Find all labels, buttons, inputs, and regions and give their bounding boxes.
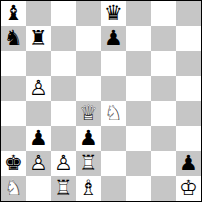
piece-white-bishop[interactable]: ♝♗ (76, 176, 101, 201)
chess-diagram: ♝♛♞♜♟♟♙♛♕♞♘♟♟♚♟♙♟♙♜♖♟♞♘♜♖♝♗♚♔ (0, 0, 202, 202)
square-e2[interactable] (101, 151, 126, 176)
square-a8[interactable]: ♝ (1, 1, 26, 26)
piece-outline: ♙ (51, 151, 76, 176)
square-a3[interactable] (1, 126, 26, 151)
square-c2[interactable]: ♟♙ (51, 151, 76, 176)
square-a1[interactable]: ♞♘ (1, 176, 26, 201)
square-h1[interactable]: ♚♔ (176, 176, 201, 201)
square-e1[interactable] (101, 176, 126, 201)
square-f1[interactable] (126, 176, 151, 201)
square-h2[interactable]: ♟ (176, 151, 201, 176)
square-h3[interactable] (176, 126, 201, 151)
piece-white-pawn[interactable]: ♟♙ (26, 151, 51, 176)
square-e6[interactable] (101, 51, 126, 76)
piece-outline: ♘ (101, 101, 126, 126)
square-g8[interactable] (151, 1, 176, 26)
piece-black-pawn[interactable]: ♟ (76, 126, 101, 151)
square-g3[interactable] (151, 126, 176, 151)
square-c8[interactable] (51, 1, 76, 26)
square-c5[interactable] (51, 76, 76, 101)
square-d5[interactable] (76, 76, 101, 101)
square-f7[interactable] (126, 26, 151, 51)
piece-white-rook[interactable]: ♜♖ (76, 151, 101, 176)
piece-outline: ♖ (51, 176, 76, 201)
piece-black-pawn[interactable]: ♟ (176, 151, 201, 176)
square-a4[interactable] (1, 101, 26, 126)
square-d3[interactable]: ♟ (76, 126, 101, 151)
square-d1[interactable]: ♝♗ (76, 176, 101, 201)
piece-outline: ♙ (26, 76, 51, 101)
square-c3[interactable] (51, 126, 76, 151)
square-d6[interactable] (76, 51, 101, 76)
piece-white-pawn[interactable]: ♟♙ (51, 151, 76, 176)
square-g4[interactable] (151, 101, 176, 126)
square-a6[interactable] (1, 51, 26, 76)
square-e8[interactable]: ♛ (101, 1, 126, 26)
piece-outline: ♔ (176, 176, 201, 201)
square-b4[interactable] (26, 101, 51, 126)
square-e5[interactable] (101, 76, 126, 101)
square-e3[interactable] (101, 126, 126, 151)
square-c4[interactable] (51, 101, 76, 126)
square-f2[interactable] (126, 151, 151, 176)
piece-black-knight[interactable]: ♞ (1, 26, 26, 51)
square-b1[interactable] (26, 176, 51, 201)
piece-outline: ♘ (1, 176, 26, 201)
square-f6[interactable] (126, 51, 151, 76)
square-h6[interactable] (176, 51, 201, 76)
square-h7[interactable] (176, 26, 201, 51)
square-c6[interactable] (51, 51, 76, 76)
square-d8[interactable] (76, 1, 101, 26)
square-f4[interactable] (126, 101, 151, 126)
square-h4[interactable] (176, 101, 201, 126)
piece-outline: ♙ (26, 151, 51, 176)
square-b3[interactable]: ♟ (26, 126, 51, 151)
piece-black-queen[interactable]: ♛ (101, 1, 126, 26)
square-b5[interactable]: ♟♙ (26, 76, 51, 101)
square-e4[interactable]: ♞♘ (101, 101, 126, 126)
piece-black-bishop[interactable]: ♝ (1, 1, 26, 26)
piece-white-king[interactable]: ♚♔ (176, 176, 201, 201)
piece-outline: ♗ (76, 176, 101, 201)
piece-outline: ♖ (76, 151, 101, 176)
piece-white-queen[interactable]: ♛♕ (76, 101, 101, 126)
square-b8[interactable] (26, 1, 51, 26)
square-f5[interactable] (126, 76, 151, 101)
square-d2[interactable]: ♜♖ (76, 151, 101, 176)
piece-outline: ♕ (76, 101, 101, 126)
piece-white-knight[interactable]: ♞♘ (1, 176, 26, 201)
piece-black-rook[interactable]: ♜ (26, 26, 51, 51)
square-a2[interactable]: ♚ (1, 151, 26, 176)
square-g1[interactable] (151, 176, 176, 201)
square-f3[interactable] (126, 126, 151, 151)
square-b6[interactable] (26, 51, 51, 76)
piece-white-rook[interactable]: ♜♖ (51, 176, 76, 201)
square-d4[interactable]: ♛♕ (76, 101, 101, 126)
square-d7[interactable] (76, 26, 101, 51)
square-h5[interactable] (176, 76, 201, 101)
square-g5[interactable] (151, 76, 176, 101)
square-b7[interactable]: ♜ (26, 26, 51, 51)
square-f8[interactable] (126, 1, 151, 26)
square-a5[interactable] (1, 76, 26, 101)
piece-white-pawn[interactable]: ♟♙ (26, 76, 51, 101)
square-g7[interactable] (151, 26, 176, 51)
square-a7[interactable]: ♞ (1, 26, 26, 51)
square-c7[interactable] (51, 26, 76, 51)
square-b2[interactable]: ♟♙ (26, 151, 51, 176)
piece-black-king[interactable]: ♚ (1, 151, 26, 176)
square-g6[interactable] (151, 51, 176, 76)
piece-black-pawn[interactable]: ♟ (26, 126, 51, 151)
square-e7[interactable]: ♟ (101, 26, 126, 51)
piece-white-knight[interactable]: ♞♘ (101, 101, 126, 126)
square-c1[interactable]: ♜♖ (51, 176, 76, 201)
piece-black-pawn[interactable]: ♟ (101, 26, 126, 51)
chess-board: ♝♛♞♜♟♟♙♛♕♞♘♟♟♚♟♙♟♙♜♖♟♞♘♜♖♝♗♚♔ (0, 0, 202, 202)
square-g2[interactable] (151, 151, 176, 176)
square-h8[interactable] (176, 1, 201, 26)
